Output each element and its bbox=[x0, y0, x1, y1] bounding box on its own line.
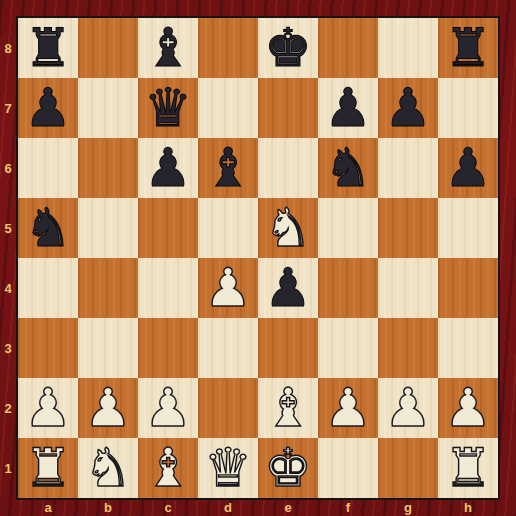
square-c3[interactable] bbox=[138, 318, 198, 378]
black-queen-c7[interactable]: ♛ bbox=[144, 78, 192, 138]
white-knight-b1[interactable]: ♞ bbox=[84, 438, 132, 498]
square-f1[interactable] bbox=[318, 438, 378, 498]
square-g4[interactable] bbox=[378, 258, 438, 318]
file-label-b: b bbox=[78, 499, 138, 516]
black-rook-a8[interactable]: ♜ bbox=[24, 18, 72, 78]
black-pawn-e4[interactable]: ♟ bbox=[264, 258, 312, 318]
square-a5[interactable]: ♞ bbox=[18, 198, 78, 258]
square-f8[interactable] bbox=[318, 18, 378, 78]
square-c7[interactable]: ♛ bbox=[138, 78, 198, 138]
square-f6[interactable]: ♞ bbox=[318, 138, 378, 198]
square-e4[interactable]: ♟ bbox=[258, 258, 318, 318]
file-label-h: h bbox=[438, 499, 498, 516]
square-e8[interactable]: ♚ bbox=[258, 18, 318, 78]
rank-label-6: 6 bbox=[0, 138, 16, 198]
square-b6[interactable] bbox=[78, 138, 138, 198]
black-pawn-a7[interactable]: ♟ bbox=[24, 78, 72, 138]
black-knight-a5[interactable]: ♞ bbox=[24, 198, 72, 258]
chess-board: ♜♝♚♜♟♛♟♟♟♝♞♟♞♞♟♟♟♟♟♝♟♟♟♜♞♝♛♚♜ bbox=[16, 16, 500, 500]
square-b5[interactable] bbox=[78, 198, 138, 258]
square-a7[interactable]: ♟ bbox=[18, 78, 78, 138]
square-d1[interactable]: ♛ bbox=[198, 438, 258, 498]
square-f4[interactable] bbox=[318, 258, 378, 318]
square-a4[interactable] bbox=[18, 258, 78, 318]
square-a1[interactable]: ♜ bbox=[18, 438, 78, 498]
square-d2[interactable] bbox=[198, 378, 258, 438]
white-pawn-d4[interactable]: ♟ bbox=[204, 258, 252, 318]
square-b7[interactable] bbox=[78, 78, 138, 138]
square-e6[interactable] bbox=[258, 138, 318, 198]
square-g5[interactable] bbox=[378, 198, 438, 258]
rank-label-8: 8 bbox=[0, 18, 16, 78]
rank-label-2: 2 bbox=[0, 378, 16, 438]
rank-label-1: 1 bbox=[0, 438, 16, 498]
square-d3[interactable] bbox=[198, 318, 258, 378]
square-c1[interactable]: ♝ bbox=[138, 438, 198, 498]
square-h6[interactable]: ♟ bbox=[438, 138, 498, 198]
rank-label-3: 3 bbox=[0, 318, 16, 378]
square-h5[interactable] bbox=[438, 198, 498, 258]
white-pawn-g2[interactable]: ♟ bbox=[384, 378, 432, 438]
black-pawn-c6[interactable]: ♟ bbox=[144, 138, 192, 198]
square-h3[interactable] bbox=[438, 318, 498, 378]
square-c4[interactable] bbox=[138, 258, 198, 318]
file-label-e: e bbox=[258, 499, 318, 516]
square-d8[interactable] bbox=[198, 18, 258, 78]
square-h7[interactable] bbox=[438, 78, 498, 138]
rank-label-4: 4 bbox=[0, 258, 16, 318]
white-rook-a1[interactable]: ♜ bbox=[24, 438, 72, 498]
square-c5[interactable] bbox=[138, 198, 198, 258]
square-g3[interactable] bbox=[378, 318, 438, 378]
chess-board-frame: 87654321 abcdefgh ♜♝♚♜♟♛♟♟♟♝♞♟♞♞♟♟♟♟♟♝♟♟… bbox=[0, 0, 516, 516]
square-g2[interactable]: ♟ bbox=[378, 378, 438, 438]
white-pawn-a2[interactable]: ♟ bbox=[24, 378, 72, 438]
square-a2[interactable]: ♟ bbox=[18, 378, 78, 438]
square-f3[interactable] bbox=[318, 318, 378, 378]
square-g6[interactable] bbox=[378, 138, 438, 198]
white-pawn-f2[interactable]: ♟ bbox=[324, 378, 372, 438]
white-queen-d1[interactable]: ♛ bbox=[204, 438, 252, 498]
black-pawn-f7[interactable]: ♟ bbox=[324, 78, 372, 138]
file-labels: abcdefgh bbox=[18, 499, 498, 516]
white-knight-e5[interactable]: ♞ bbox=[264, 198, 312, 258]
white-rook-h1[interactable]: ♜ bbox=[444, 438, 492, 498]
white-pawn-b2[interactable]: ♟ bbox=[84, 378, 132, 438]
square-e2[interactable]: ♝ bbox=[258, 378, 318, 438]
square-b4[interactable] bbox=[78, 258, 138, 318]
square-c6[interactable]: ♟ bbox=[138, 138, 198, 198]
black-pawn-h6[interactable]: ♟ bbox=[444, 138, 492, 198]
square-f7[interactable]: ♟ bbox=[318, 78, 378, 138]
square-e1[interactable]: ♚ bbox=[258, 438, 318, 498]
square-g8[interactable] bbox=[378, 18, 438, 78]
square-g1[interactable] bbox=[378, 438, 438, 498]
square-e3[interactable] bbox=[258, 318, 318, 378]
square-g7[interactable]: ♟ bbox=[378, 78, 438, 138]
rank-labels: 87654321 bbox=[0, 18, 16, 498]
file-label-a: a bbox=[18, 499, 78, 516]
square-b2[interactable]: ♟ bbox=[78, 378, 138, 438]
square-f2[interactable]: ♟ bbox=[318, 378, 378, 438]
square-h8[interactable]: ♜ bbox=[438, 18, 498, 78]
black-bishop-c8[interactable]: ♝ bbox=[144, 18, 192, 78]
square-c8[interactable]: ♝ bbox=[138, 18, 198, 78]
square-f5[interactable] bbox=[318, 198, 378, 258]
square-e7[interactable] bbox=[258, 78, 318, 138]
square-h4[interactable] bbox=[438, 258, 498, 318]
black-knight-f6[interactable]: ♞ bbox=[324, 138, 372, 198]
square-b8[interactable] bbox=[78, 18, 138, 78]
square-a8[interactable]: ♜ bbox=[18, 18, 78, 78]
square-h2[interactable]: ♟ bbox=[438, 378, 498, 438]
square-d4[interactable]: ♟ bbox=[198, 258, 258, 318]
black-pawn-g7[interactable]: ♟ bbox=[384, 78, 432, 138]
rank-label-5: 5 bbox=[0, 198, 16, 258]
white-pawn-h2[interactable]: ♟ bbox=[444, 378, 492, 438]
file-label-g: g bbox=[378, 499, 438, 516]
file-label-f: f bbox=[318, 499, 378, 516]
square-d7[interactable] bbox=[198, 78, 258, 138]
square-d6[interactable]: ♝ bbox=[198, 138, 258, 198]
black-king-e8[interactable]: ♚ bbox=[264, 18, 312, 78]
square-b3[interactable] bbox=[78, 318, 138, 378]
rank-label-7: 7 bbox=[0, 78, 16, 138]
square-b1[interactable]: ♞ bbox=[78, 438, 138, 498]
square-c2[interactable]: ♟ bbox=[138, 378, 198, 438]
square-a6[interactable] bbox=[18, 138, 78, 198]
white-pawn-c2[interactable]: ♟ bbox=[144, 378, 192, 438]
square-e5[interactable]: ♞ bbox=[258, 198, 318, 258]
file-label-d: d bbox=[198, 499, 258, 516]
square-h1[interactable]: ♜ bbox=[438, 438, 498, 498]
black-bishop-d6[interactable]: ♝ bbox=[204, 138, 252, 198]
white-bishop-e2[interactable]: ♝ bbox=[264, 378, 312, 438]
file-label-c: c bbox=[138, 499, 198, 516]
black-rook-h8[interactable]: ♜ bbox=[444, 18, 492, 78]
white-bishop-c1[interactable]: ♝ bbox=[144, 438, 192, 498]
white-king-e1[interactable]: ♚ bbox=[264, 438, 312, 498]
square-d5[interactable] bbox=[198, 198, 258, 258]
square-a3[interactable] bbox=[18, 318, 78, 378]
